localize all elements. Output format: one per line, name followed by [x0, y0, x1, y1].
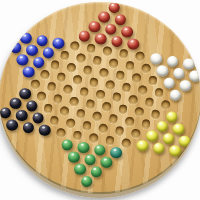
hole[interactable]	[75, 108, 85, 118]
hole[interactable]	[141, 119, 151, 129]
marble-red[interactable]	[94, 32, 107, 45]
marble-green[interactable]	[60, 138, 73, 151]
hole[interactable]	[30, 79, 40, 89]
hole[interactable]	[92, 55, 102, 65]
hole[interactable]	[144, 97, 154, 107]
marble-blue[interactable]	[9, 41, 22, 54]
marble-green[interactable]	[99, 155, 112, 168]
hole[interactable]	[60, 50, 70, 60]
hole[interactable]	[105, 135, 115, 145]
marble-black[interactable]	[21, 121, 34, 134]
hole[interactable]	[69, 96, 79, 106]
marble-red[interactable]	[87, 20, 100, 33]
marble-blue[interactable]	[32, 55, 45, 68]
hole[interactable]	[128, 94, 138, 104]
hole[interactable]	[79, 87, 89, 97]
marble-yellow[interactable]	[171, 122, 184, 135]
marble-white[interactable]	[156, 64, 169, 77]
marble-white[interactable]	[165, 54, 178, 67]
marble-blue[interactable]	[3, 28, 16, 41]
hole[interactable]	[154, 87, 164, 97]
marble-red[interactable]	[126, 37, 139, 50]
marble-yellow[interactable]	[168, 144, 181, 157]
hole[interactable]	[49, 115, 59, 125]
hole[interactable]	[86, 43, 96, 53]
hole[interactable]	[85, 99, 95, 109]
marble-red[interactable]	[120, 25, 133, 38]
hole[interactable]	[131, 128, 141, 138]
marble-blue[interactable]	[22, 65, 35, 78]
star-grid	[0, 2, 200, 194]
hole[interactable]	[138, 85, 148, 95]
marble-yellow[interactable]	[155, 119, 168, 132]
marble-green[interactable]	[80, 174, 93, 187]
hole[interactable]	[105, 80, 115, 90]
marble-black[interactable]	[8, 96, 21, 109]
hole[interactable]	[121, 82, 131, 92]
hole[interactable]	[147, 75, 157, 85]
hole[interactable]	[134, 106, 144, 116]
marble-white[interactable]	[172, 66, 185, 79]
hole[interactable]	[141, 63, 151, 73]
marble-green[interactable]	[77, 140, 90, 153]
marble-green[interactable]	[90, 165, 103, 178]
hole[interactable]	[114, 126, 124, 136]
marble-white[interactable]	[178, 79, 191, 92]
hole[interactable]	[56, 72, 66, 82]
hole[interactable]	[111, 92, 121, 102]
hole[interactable]	[118, 48, 128, 58]
marble-red[interactable]	[104, 22, 117, 35]
marble-white[interactable]	[168, 88, 181, 101]
hole[interactable]	[135, 51, 145, 61]
marble-teal[interactable]	[109, 146, 122, 159]
marble-black[interactable]	[0, 106, 12, 119]
chinese-checkers-board	[0, 2, 200, 194]
marble-green[interactable]	[73, 162, 86, 175]
marble-black[interactable]	[5, 118, 18, 131]
hole[interactable]	[63, 84, 73, 94]
marble-red[interactable]	[97, 10, 110, 23]
photo-scene	[0, 0, 200, 200]
marble-blue[interactable]	[25, 43, 38, 56]
marble-yellow[interactable]	[152, 141, 165, 154]
marble-black[interactable]	[15, 108, 28, 121]
hole[interactable]	[108, 113, 118, 123]
marble-white[interactable]	[188, 69, 200, 82]
marble-red[interactable]	[107, 2, 120, 14]
hole[interactable]	[92, 111, 102, 121]
hole[interactable]	[66, 62, 76, 72]
marble-yellow[interactable]	[145, 129, 158, 142]
marble-yellow[interactable]	[162, 132, 175, 145]
hole[interactable]	[50, 60, 60, 70]
hole[interactable]	[53, 94, 63, 104]
hole[interactable]	[89, 77, 99, 87]
hole[interactable]	[88, 133, 98, 143]
marble-green[interactable]	[93, 143, 106, 156]
hole[interactable]	[40, 69, 50, 79]
hole[interactable]	[108, 58, 118, 68]
marble-black[interactable]	[25, 99, 38, 112]
hole[interactable]	[56, 127, 66, 137]
marble-white[interactable]	[182, 57, 195, 70]
marble-blue[interactable]	[19, 31, 32, 44]
hole[interactable]	[98, 123, 108, 133]
hole[interactable]	[82, 120, 92, 130]
hole[interactable]	[66, 118, 76, 128]
marble-black[interactable]	[18, 87, 31, 100]
hole[interactable]	[150, 109, 160, 119]
hole[interactable]	[95, 89, 105, 99]
marble-black[interactable]	[31, 111, 44, 124]
marble-black[interactable]	[38, 123, 51, 136]
marble-blue[interactable]	[35, 34, 48, 47]
hole[interactable]	[115, 70, 125, 80]
hole[interactable]	[118, 104, 128, 114]
marble-yellow[interactable]	[135, 139, 148, 152]
hole[interactable]	[131, 73, 141, 83]
hole[interactable]	[160, 99, 170, 109]
marble-blue[interactable]	[42, 46, 55, 59]
marble-white[interactable]	[149, 52, 162, 65]
marble-green[interactable]	[83, 153, 96, 166]
marble-blue[interactable]	[51, 36, 64, 49]
marble-blue[interactable]	[15, 53, 28, 66]
hole[interactable]	[46, 81, 56, 91]
hole[interactable]	[69, 41, 79, 51]
hole[interactable]	[102, 46, 112, 56]
hole[interactable]	[102, 101, 112, 111]
marble-green[interactable]	[67, 150, 80, 163]
hole[interactable]	[125, 60, 135, 70]
hole[interactable]	[82, 65, 92, 75]
hole[interactable]	[72, 130, 82, 140]
marble-yellow[interactable]	[165, 110, 178, 123]
hole[interactable]	[36, 91, 46, 101]
hole[interactable]	[72, 74, 82, 84]
marble-red[interactable]	[78, 29, 91, 42]
hole[interactable]	[99, 67, 109, 77]
marble-red[interactable]	[114, 13, 127, 26]
hole[interactable]	[59, 106, 69, 116]
hole[interactable]	[43, 103, 53, 113]
hole[interactable]	[76, 53, 86, 63]
hole[interactable]	[124, 116, 134, 126]
marble-white[interactable]	[162, 76, 175, 89]
marble-white[interactable]	[198, 59, 200, 72]
marble-red[interactable]	[110, 34, 123, 47]
hole[interactable]	[121, 138, 131, 148]
